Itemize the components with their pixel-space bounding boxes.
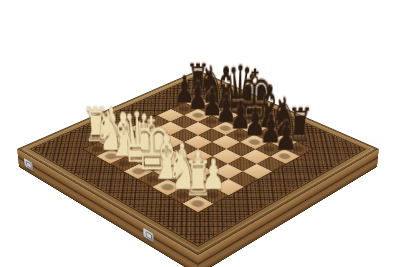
playing-grid[interactable]: ♜♞♝♛♚♝♞♜♟♟♟♟♟♟♟♟♟♟♟♟♟♟♟♟♜♞♝♛♚♝♞♜ [82, 96, 314, 213]
square-f6[interactable] [227, 142, 256, 156]
chess-board[interactable]: ♜♞♝♛♚♝♞♜♟♟♟♟♟♟♟♟♟♟♟♟♟♟♟♟♜♞♝♛♚♝♞♜ [17, 70, 379, 255]
board-top-face: ♜♞♝♛♚♝♞♜♟♟♟♟♟♟♟♟♟♟♟♟♟♟♟♟♜♞♝♛♚♝♞♜ [17, 70, 379, 255]
square-h1[interactable]: ♜ [182, 195, 213, 212]
piece-black-pawn[interactable]: ♟ [275, 81, 300, 156]
carved-frame-border: ♜♞♝♛♚♝♞♜♟♟♟♟♟♟♟♟♟♟♟♟♟♟♟♟♜♞♝♛♚♝♞♜ [30, 75, 367, 247]
square-h7[interactable]: ♟ [270, 149, 299, 164]
piece-white-rook[interactable]: ♜ [186, 124, 209, 203]
photo-scene: ♜♞♝♛♚♝♞♜♟♟♟♟♟♟♟♟♟♟♟♟♟♟♟♟♜♞♝♛♚♝♞♜ [0, 0, 400, 267]
latch-icon [23, 157, 33, 172]
